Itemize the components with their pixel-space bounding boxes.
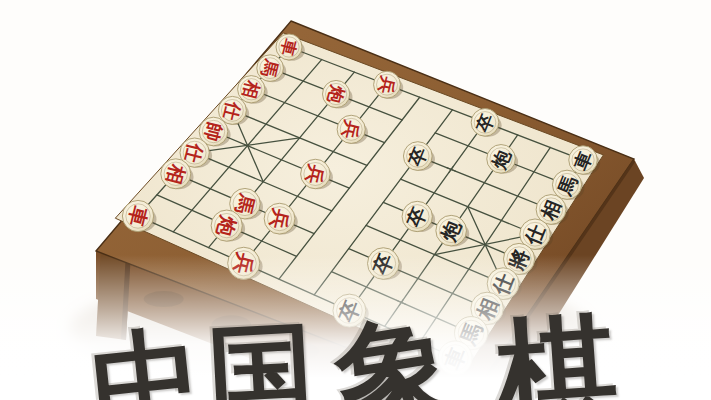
- apron-carving: [144, 291, 184, 307]
- apron-carving: [211, 315, 251, 335]
- xiangqi-board: 車馬兵相炮仕卒兵帥仕卒炮車相兵馬馬相車卒兵炮炮仕將兵卒仕相卒馬車: [0, 0, 711, 400]
- scene: 車馬兵相炮仕卒兵帥仕卒炮車相兵馬馬相車卒兵炮炮仕將兵卒仕相卒馬車 中 国 象 棋: [0, 0, 711, 400]
- apron-carving: [279, 342, 319, 360]
